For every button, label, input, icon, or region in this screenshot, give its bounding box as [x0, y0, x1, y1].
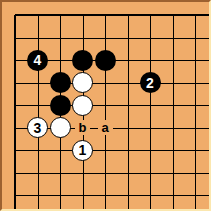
move-number: 4: [34, 53, 42, 67]
point-label-b: b: [75, 120, 90, 135]
grid-line-horizontal: [15, 150, 209, 151]
black-stone: [95, 50, 116, 71]
white-stone-move-1: 1: [72, 140, 93, 161]
white-stone: [50, 117, 71, 138]
grid-line-horizontal: [15, 38, 209, 39]
grid-line-vertical: [128, 15, 129, 209]
move-number: 1: [79, 143, 87, 157]
grid-line-vertical: [38, 15, 39, 209]
black-stone-move-4: 4: [27, 50, 48, 71]
white-stone-move-3: 3: [27, 117, 48, 138]
white-stone: [72, 72, 93, 93]
black-stone-move-2: 2: [140, 72, 161, 93]
white-stone: [72, 95, 93, 116]
grid-line-vertical: [150, 15, 151, 209]
grid-line-vertical: [195, 15, 196, 209]
grid-line-horizontal: [15, 195, 209, 196]
grid-line-vertical: [173, 15, 174, 209]
grid-line-vertical: [105, 15, 106, 209]
grid-line-vertical: [14, 15, 16, 209]
black-stone: [50, 95, 71, 116]
go-diagram: ba4231: [0, 0, 211, 211]
grid-line-horizontal: [15, 173, 209, 174]
grid-line-horizontal: [15, 83, 209, 84]
black-stone: [72, 50, 93, 71]
move-number: 2: [146, 76, 154, 90]
point-label-a: a: [98, 120, 113, 135]
go-board: ba4231: [2, 2, 209, 209]
grid-line-horizontal: [15, 105, 209, 106]
black-stone: [50, 72, 71, 93]
move-number: 3: [34, 121, 42, 135]
grid-line-horizontal: [15, 14, 209, 16]
